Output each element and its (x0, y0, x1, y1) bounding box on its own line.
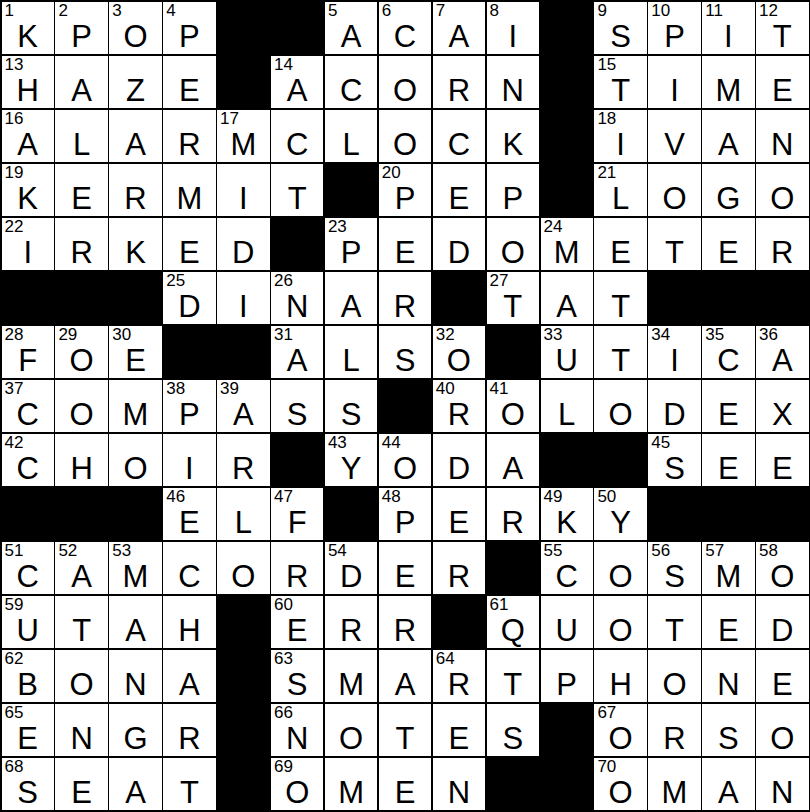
cell-r2c10[interactable]: N (487, 56, 539, 109)
clue-number: 30 (112, 326, 131, 345)
cell-r5c8[interactable]: E (379, 218, 431, 271)
cell-r4c2[interactable]: E (55, 164, 107, 217)
cell-r10c11[interactable]: 49K (541, 488, 593, 541)
cell-letter: L (541, 399, 593, 430)
cell-r11c13[interactable]: 56S (648, 542, 700, 595)
cell-letter: O (379, 129, 431, 160)
clue-number: 35 (705, 326, 724, 345)
cell-r12c3[interactable]: A (109, 596, 161, 649)
cell-r2c6[interactable]: 14A (271, 56, 323, 109)
cell-r4c6[interactable]: T (271, 164, 323, 217)
cell-r14c2[interactable]: N (55, 704, 107, 757)
cell-letter: K (2, 21, 54, 52)
cell-r2c3[interactable]: Z (109, 56, 161, 109)
cell-r9c9[interactable]: D (433, 434, 485, 487)
clue-number: 60 (274, 596, 293, 615)
cell-r8c14[interactable]: E (702, 380, 754, 433)
cell-letter: Q (487, 615, 539, 646)
cell-r13c3[interactable]: N (109, 650, 161, 703)
cell-r14c8[interactable]: T (379, 704, 431, 757)
cell-letter: P (379, 183, 431, 214)
cell-r5c7[interactable]: 23P (325, 218, 377, 271)
cell-r3c10[interactable]: K (487, 110, 539, 163)
cell-letter: N (756, 777, 808, 808)
cell-r1c13[interactable]: 10P (648, 2, 700, 55)
cell-r15c1[interactable]: 68S (2, 758, 54, 811)
cell-r9c3[interactable]: O (109, 434, 161, 487)
cell-letter: D (217, 237, 269, 268)
cell-letter: E (756, 75, 808, 106)
cell-r13c4[interactable]: A (163, 650, 215, 703)
cell-r14c7[interactable]: O (325, 704, 377, 757)
cell-r14c6[interactable]: 66N (271, 704, 323, 757)
cell-r3c5[interactable]: 17M (217, 110, 269, 163)
cell-r1c2[interactable]: 2P (55, 2, 107, 55)
cell-r14c12[interactable]: 67O (594, 704, 646, 757)
cell-letter: M (648, 777, 700, 808)
cell-r3c12[interactable]: 18I (594, 110, 646, 163)
cell-r14c1[interactable]: 65E (2, 704, 54, 757)
clue-number: 56 (651, 542, 670, 561)
cell-r7c2[interactable]: 29O (55, 326, 107, 379)
cell-r3c2[interactable]: L (55, 110, 107, 163)
cell-r12c11[interactable]: U (541, 596, 593, 649)
block-r6c2 (55, 272, 107, 325)
cell-r5c11[interactable]: 24M (541, 218, 593, 271)
cell-letter: A (55, 75, 107, 106)
cell-r10c5[interactable]: L (217, 488, 269, 541)
block-r7c10 (487, 326, 539, 379)
cell-r13c13[interactable]: O (648, 650, 700, 703)
block-r8c8 (379, 380, 431, 433)
cell-letter: E (756, 453, 808, 484)
cell-r12c6[interactable]: 60E (271, 596, 323, 649)
cell-letter: T (55, 615, 107, 646)
cell-r15c7[interactable]: M (325, 758, 377, 811)
clue-number: 5 (328, 2, 337, 21)
cell-letter: P (379, 507, 431, 538)
cell-letter: O (594, 561, 646, 592)
cell-r10c12[interactable]: 50Y (594, 488, 646, 541)
cell-r6c4[interactable]: 25D (163, 272, 215, 325)
cell-r13c12[interactable]: H (594, 650, 646, 703)
cell-r2c15[interactable]: E (756, 56, 808, 109)
cell-r12c1[interactable]: 59U (2, 596, 54, 649)
cell-r6c6[interactable]: 26N (271, 272, 323, 325)
cell-letter: A (325, 21, 377, 52)
cell-r5c5[interactable]: D (217, 218, 269, 271)
cell-r11c7[interactable]: 54D (325, 542, 377, 595)
cell-r2c8[interactable]: O (379, 56, 431, 109)
cell-r10c8[interactable]: 48P (379, 488, 431, 541)
cell-r15c12[interactable]: 70O (594, 758, 646, 811)
cell-r5c12[interactable]: E (594, 218, 646, 271)
cell-letter: T (163, 777, 215, 808)
cell-r12c7[interactable]: R (325, 596, 377, 649)
cell-r6c8[interactable]: R (379, 272, 431, 325)
block-r1c11 (541, 2, 593, 55)
cell-r9c10[interactable]: A (487, 434, 539, 487)
cell-letter: E (55, 183, 107, 214)
cell-r2c12[interactable]: 15T (594, 56, 646, 109)
cell-letter: U (2, 615, 54, 646)
clue-number: 22 (5, 218, 24, 237)
cell-r14c10[interactable]: S (487, 704, 539, 757)
cell-r1c8[interactable]: 6C (379, 2, 431, 55)
cell-r4c3[interactable]: R (109, 164, 161, 217)
clue-number: 31 (274, 326, 293, 345)
clue-number: 45 (651, 434, 670, 453)
clue-number: 9 (597, 2, 606, 21)
cell-r8c11[interactable]: L (541, 380, 593, 433)
cell-r4c15[interactable]: O (756, 164, 808, 217)
clue-number: 58 (759, 542, 778, 561)
cell-letter: E (756, 669, 808, 700)
cell-r1c9[interactable]: 7A (433, 2, 485, 55)
cell-r15c8[interactable]: E (379, 758, 431, 811)
cell-r11c3[interactable]: 53M (109, 542, 161, 595)
cell-r2c4[interactable]: E (163, 56, 215, 109)
cell-letter: P (648, 21, 700, 52)
cell-letter: I (594, 129, 646, 160)
block-r2c11 (541, 56, 593, 109)
cell-letter: S (2, 777, 54, 808)
cell-r12c15[interactable]: D (756, 596, 808, 649)
cell-letter: R (271, 561, 323, 592)
cell-r8c2[interactable]: O (55, 380, 107, 433)
cell-r8c10[interactable]: 41O (487, 380, 539, 433)
cell-r3c13[interactable]: V (648, 110, 700, 163)
cell-letter: O (433, 345, 485, 376)
cell-r3c14[interactable]: A (702, 110, 754, 163)
cell-r14c15[interactable]: O (756, 704, 808, 757)
cell-r12c12[interactable]: O (594, 596, 646, 649)
cell-letter: S (325, 399, 377, 430)
cell-letter: N (271, 291, 323, 322)
cell-r12c10[interactable]: 61Q (487, 596, 539, 649)
cell-letter: G (702, 183, 754, 214)
cell-r14c9[interactable]: E (433, 704, 485, 757)
cell-letter: T (379, 723, 431, 754)
cell-letter: I (648, 345, 700, 376)
cell-r10c6[interactable]: 47F (271, 488, 323, 541)
clue-number: 43 (328, 434, 347, 453)
block-r9c6 (271, 434, 323, 487)
cell-letter: E (702, 453, 754, 484)
cell-letter: I (217, 291, 269, 322)
cell-r4c9[interactable]: E (433, 164, 485, 217)
cell-r8c15[interactable]: X (756, 380, 808, 433)
cell-r11c9[interactable]: R (433, 542, 485, 595)
cell-r3c3[interactable]: A (109, 110, 161, 163)
cell-letter: A (55, 561, 107, 592)
cell-r13c11[interactable]: P (541, 650, 593, 703)
cell-r7c7[interactable]: L (325, 326, 377, 379)
cell-r9c7[interactable]: 43Y (325, 434, 377, 487)
clue-number: 6 (382, 2, 391, 21)
cell-r11c5[interactable]: O (217, 542, 269, 595)
cell-r9c1[interactable]: 42C (2, 434, 54, 487)
cell-r4c13[interactable]: O (648, 164, 700, 217)
cell-r8c12[interactable]: O (594, 380, 646, 433)
cell-letter: P (541, 669, 593, 700)
cell-letter: N (433, 777, 485, 808)
clue-number: 20 (382, 164, 401, 183)
clue-number: 64 (436, 650, 455, 669)
cell-r1c1[interactable]: 1K (2, 2, 54, 55)
cell-r7c14[interactable]: 35C (702, 326, 754, 379)
cell-r9c2[interactable]: H (55, 434, 107, 487)
cell-r5c14[interactable]: E (702, 218, 754, 271)
cell-r11c11[interactable]: 55C (541, 542, 593, 595)
cell-r9c13[interactable]: 45S (648, 434, 700, 487)
clue-number: 70 (597, 758, 616, 777)
cell-r1c3[interactable]: 3O (109, 2, 161, 55)
cell-r2c13[interactable]: I (648, 56, 700, 109)
cell-r13c15[interactable]: E (756, 650, 808, 703)
cell-r11c15[interactable]: 58O (756, 542, 808, 595)
cell-letter: R (217, 453, 269, 484)
cell-r4c14[interactable]: G (702, 164, 754, 217)
cell-r11c4[interactable]: C (163, 542, 215, 595)
cell-r14c13[interactable]: R (648, 704, 700, 757)
cell-r14c14[interactable]: S (702, 704, 754, 757)
cell-r5c3[interactable]: K (109, 218, 161, 271)
cell-r1c12[interactable]: 9S (594, 2, 646, 55)
cell-r12c13[interactable]: T (648, 596, 700, 649)
cell-r8c9[interactable]: 40R (433, 380, 485, 433)
cell-r6c12[interactable]: T (594, 272, 646, 325)
cell-letter: C (163, 561, 215, 592)
cell-r8c7[interactable]: S (325, 380, 377, 433)
clue-number: 34 (651, 326, 670, 345)
block-r6c3 (109, 272, 161, 325)
block-r4c11 (541, 164, 593, 217)
cell-r2c7[interactable]: C (325, 56, 377, 109)
cell-r15c6[interactable]: 69O (271, 758, 323, 811)
cell-r6c11[interactable]: A (541, 272, 593, 325)
block-r6c1 (2, 272, 54, 325)
clue-number: 27 (490, 272, 509, 291)
cell-r14c3[interactable]: G (109, 704, 161, 757)
cell-letter: H (2, 75, 54, 106)
cell-letter: E (433, 183, 485, 214)
cell-r4c5[interactable]: I (217, 164, 269, 217)
cell-r13c14[interactable]: N (702, 650, 754, 703)
cell-r4c8[interactable]: 20P (379, 164, 431, 217)
cell-letter: T (648, 237, 700, 268)
cell-r1c15[interactable]: 12T (756, 2, 808, 55)
cell-letter: A (702, 129, 754, 160)
cell-r4c12[interactable]: 21L (594, 164, 646, 217)
cell-r2c9[interactable]: R (433, 56, 485, 109)
cell-r15c15[interactable]: N (756, 758, 808, 811)
clue-number: 8 (490, 2, 499, 21)
cell-letter: O (271, 777, 323, 808)
cell-r12c4[interactable]: H (163, 596, 215, 649)
cell-r3c9[interactable]: C (433, 110, 485, 163)
cell-r13c1[interactable]: 62B (2, 650, 54, 703)
clue-number: 17 (220, 110, 239, 129)
clue-number: 14 (274, 56, 293, 75)
cell-r2c14[interactable]: M (702, 56, 754, 109)
cell-r5c4[interactable]: E (163, 218, 215, 271)
cell-letter: C (433, 129, 485, 160)
cell-r9c15[interactable]: E (756, 434, 808, 487)
cell-r12c8[interactable]: R (379, 596, 431, 649)
cell-r11c2[interactable]: 52A (55, 542, 107, 595)
cell-r8c3[interactable]: M (109, 380, 161, 433)
cell-r9c5[interactable]: R (217, 434, 269, 487)
cell-letter: T (487, 669, 539, 700)
cell-r3c4[interactable]: R (163, 110, 215, 163)
cell-r11c1[interactable]: 51C (2, 542, 54, 595)
cell-r9c14[interactable]: E (702, 434, 754, 487)
cell-r3c15[interactable]: N (756, 110, 808, 163)
cell-letter: M (109, 561, 161, 592)
cell-r4c4[interactable]: M (163, 164, 215, 217)
cell-r1c10[interactable]: 8I (487, 2, 539, 55)
cell-r10c9[interactable]: E (433, 488, 485, 541)
cell-r6c5[interactable]: I (217, 272, 269, 325)
cell-r5c10[interactable]: O (487, 218, 539, 271)
block-r10c3 (109, 488, 161, 541)
cell-letter: M (325, 777, 377, 808)
cell-r1c7[interactable]: 5A (325, 2, 377, 55)
cell-r8c13[interactable]: D (648, 380, 700, 433)
clue-number: 32 (436, 326, 455, 345)
cell-letter: O (594, 615, 646, 646)
cell-r5c9[interactable]: D (433, 218, 485, 271)
cell-letter: A (433, 21, 485, 52)
clue-number: 16 (5, 110, 24, 129)
cell-r7c6[interactable]: 31A (271, 326, 323, 379)
cell-r2c1[interactable]: 13H (2, 56, 54, 109)
cell-letter: O (487, 237, 539, 268)
cell-r9c8[interactable]: 44O (379, 434, 431, 487)
cell-letter: P (325, 237, 377, 268)
cell-letter: R (756, 237, 808, 268)
cell-r4c10[interactable]: P (487, 164, 539, 217)
cell-letter: D (433, 237, 485, 268)
cell-r15c3[interactable]: A (109, 758, 161, 811)
cell-r8c5[interactable]: 39A (217, 380, 269, 433)
cell-letter: A (702, 777, 754, 808)
cell-r7c3[interactable]: 30E (109, 326, 161, 379)
block-r6c13 (648, 272, 700, 325)
cell-letter: A (163, 669, 215, 700)
cell-r15c13[interactable]: M (648, 758, 700, 811)
block-r3c11 (541, 110, 593, 163)
block-r6c15 (756, 272, 808, 325)
clue-number: 51 (5, 542, 24, 561)
cell-r12c2[interactable]: T (55, 596, 107, 649)
cell-letter: R (163, 723, 215, 754)
cell-r5c15[interactable]: R (756, 218, 808, 271)
cell-letter: S (648, 561, 700, 592)
cell-letter: R (163, 129, 215, 160)
cell-letter: D (163, 291, 215, 322)
cell-r13c7[interactable]: M (325, 650, 377, 703)
cell-r8c6[interactable]: S (271, 380, 323, 433)
cell-r7c9[interactable]: 32O (433, 326, 485, 379)
cell-r7c12[interactable]: T (594, 326, 646, 379)
cell-r7c11[interactable]: 33U (541, 326, 593, 379)
cell-letter: E (702, 399, 754, 430)
cell-letter: R (433, 669, 485, 700)
cell-r7c1[interactable]: 28F (2, 326, 54, 379)
cell-letter: N (55, 723, 107, 754)
cell-r11c6[interactable]: R (271, 542, 323, 595)
cell-r15c9[interactable]: N (433, 758, 485, 811)
cell-r10c4[interactable]: 46E (163, 488, 215, 541)
cell-r3c6[interactable]: C (271, 110, 323, 163)
cell-r13c2[interactable]: O (55, 650, 107, 703)
cell-r2c2[interactable]: A (55, 56, 107, 109)
cell-r12c14[interactable]: E (702, 596, 754, 649)
cell-r8c1[interactable]: 37C (2, 380, 54, 433)
cell-letter: C (379, 21, 431, 52)
block-r14c5 (217, 704, 269, 757)
cell-r9c4[interactable]: I (163, 434, 215, 487)
cell-r1c14[interactable]: 11I (702, 2, 754, 55)
block-r11c10 (487, 542, 539, 595)
cell-r3c7[interactable]: L (325, 110, 377, 163)
cell-letter: T (648, 615, 700, 646)
cell-letter: L (55, 129, 107, 160)
block-r10c13 (648, 488, 700, 541)
clue-number: 54 (328, 542, 347, 561)
cell-letter: L (325, 129, 377, 160)
cell-letter: M (163, 183, 215, 214)
cell-r14c4[interactable]: R (163, 704, 215, 757)
cell-r15c4[interactable]: T (163, 758, 215, 811)
cell-r13c10[interactable]: T (487, 650, 539, 703)
clue-number: 37 (5, 380, 24, 399)
cell-r15c2[interactable]: E (55, 758, 107, 811)
cell-r5c13[interactable]: T (648, 218, 700, 271)
clue-number: 15 (597, 56, 616, 75)
cell-r6c10[interactable]: 27T (487, 272, 539, 325)
cell-r1c4[interactable]: 4P (163, 2, 215, 55)
cell-r7c13[interactable]: 34I (648, 326, 700, 379)
cell-r11c14[interactable]: 57M (702, 542, 754, 595)
cell-r7c15[interactable]: 36A (756, 326, 808, 379)
cell-r5c1[interactable]: 22I (2, 218, 54, 271)
cell-r3c8[interactable]: O (379, 110, 431, 163)
cell-letter: C (2, 399, 54, 430)
cell-r5c2[interactable]: R (55, 218, 107, 271)
cell-r3c1[interactable]: 16A (2, 110, 54, 163)
cell-r13c8[interactable]: A (379, 650, 431, 703)
cell-r15c14[interactable]: A (702, 758, 754, 811)
cell-r13c6[interactable]: 63S (271, 650, 323, 703)
cell-r13c9[interactable]: 64R (433, 650, 485, 703)
cell-r11c12[interactable]: O (594, 542, 646, 595)
cell-r11c8[interactable]: E (379, 542, 431, 595)
cell-r10c10[interactable]: R (487, 488, 539, 541)
cell-r4c1[interactable]: 19K (2, 164, 54, 217)
clue-number: 46 (166, 488, 185, 507)
cell-r7c8[interactable]: S (379, 326, 431, 379)
cell-r6c7[interactable]: A (325, 272, 377, 325)
cell-letter: T (271, 183, 323, 214)
cell-letter: E (163, 237, 215, 268)
cell-letter: T (594, 345, 646, 376)
cell-r8c4[interactable]: 38P (163, 380, 215, 433)
block-r12c5 (217, 596, 269, 649)
cell-letter: H (55, 453, 107, 484)
